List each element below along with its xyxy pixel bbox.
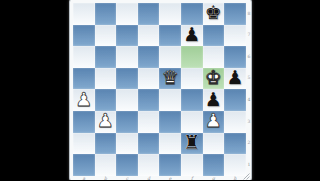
square-b7[interactable] — [95, 25, 117, 47]
square-d3[interactable] — [138, 111, 160, 133]
file-label-a: a — [73, 177, 95, 181]
square-a4[interactable]: ♟ — [73, 89, 95, 111]
square-a2[interactable] — [73, 133, 95, 155]
square-h2[interactable] — [224, 133, 246, 155]
square-f8[interactable] — [181, 3, 203, 25]
square-a1[interactable] — [73, 154, 95, 176]
rank-label-2: 2 — [247, 133, 252, 155]
square-e8[interactable] — [159, 3, 181, 25]
square-d5[interactable] — [138, 68, 160, 90]
square-e1[interactable] — [159, 154, 181, 176]
rank-label-7: 7 — [247, 25, 252, 47]
square-g5[interactable]: ♚ — [203, 68, 225, 90]
white-queen-e5[interactable]: ♛ — [162, 68, 179, 87]
square-c5[interactable] — [116, 68, 138, 90]
black-rook-f2[interactable]: ♜ — [183, 133, 200, 152]
square-h4[interactable] — [224, 89, 246, 111]
file-label-e: e — [159, 177, 181, 181]
square-f2[interactable]: ♜ — [181, 133, 203, 155]
square-g6[interactable] — [203, 46, 225, 68]
white-pawn-a4[interactable]: ♟ — [75, 90, 92, 109]
file-label-b: b — [95, 177, 117, 181]
black-pawn-g4[interactable]: ♟ — [205, 90, 222, 109]
square-f7[interactable]: ♟ — [181, 25, 203, 47]
resize-grip-icon[interactable] — [243, 173, 250, 180]
white-pawn-g3[interactable]: ♟ — [205, 111, 222, 130]
square-a5[interactable] — [73, 68, 95, 90]
square-b8[interactable] — [95, 3, 117, 25]
square-h6[interactable] — [224, 46, 246, 68]
square-b3[interactable]: ♟ — [95, 111, 117, 133]
rank-labels: 87654321 — [247, 3, 252, 176]
square-e5[interactable]: ♛ — [159, 68, 181, 90]
file-labels: abcdefgh — [73, 177, 246, 181]
square-d4[interactable] — [138, 89, 160, 111]
rank-label-4: 4 — [247, 89, 252, 111]
rank-label-3: 3 — [247, 111, 252, 133]
square-f3[interactable] — [181, 111, 203, 133]
chess-board[interactable]: ♚♟♛♚♟♟♟♟♟♜ — [73, 3, 246, 176]
square-c1[interactable] — [116, 154, 138, 176]
file-label-f: f — [181, 177, 203, 181]
file-label-c: c — [116, 177, 138, 181]
square-d6[interactable] — [138, 46, 160, 68]
white-king-g5[interactable]: ♚ — [205, 68, 222, 87]
chess-board-widget: ♚♟♛♚♟♟♟♟♟♜ abcdefgh 87654321 — [69, 0, 252, 180]
square-d2[interactable] — [138, 133, 160, 155]
square-h8[interactable] — [224, 3, 246, 25]
square-h5[interactable]: ♟ — [224, 68, 246, 90]
square-g1[interactable] — [203, 154, 225, 176]
video-letterbox-stage: ♚♟♛♚♟♟♟♟♟♜ abcdefgh 87654321 — [0, 0, 320, 180]
square-f6[interactable] — [181, 46, 203, 68]
square-c2[interactable] — [116, 133, 138, 155]
square-b2[interactable] — [95, 133, 117, 155]
square-e3[interactable] — [159, 111, 181, 133]
square-g4[interactable]: ♟ — [203, 89, 225, 111]
black-pawn-f7[interactable]: ♟ — [183, 25, 200, 44]
square-b6[interactable] — [95, 46, 117, 68]
square-d7[interactable] — [138, 25, 160, 47]
square-c8[interactable] — [116, 3, 138, 25]
black-king-g8[interactable]: ♚ — [205, 3, 222, 22]
square-h3[interactable] — [224, 111, 246, 133]
square-b4[interactable] — [95, 89, 117, 111]
rank-label-5: 5 — [247, 68, 252, 90]
square-c4[interactable] — [116, 89, 138, 111]
file-label-d: d — [138, 177, 160, 181]
square-c6[interactable] — [116, 46, 138, 68]
square-c7[interactable] — [116, 25, 138, 47]
square-f1[interactable] — [181, 154, 203, 176]
square-f5[interactable] — [181, 68, 203, 90]
square-g3[interactable]: ♟ — [203, 111, 225, 133]
square-g7[interactable] — [203, 25, 225, 47]
white-pawn-b3[interactable]: ♟ — [97, 111, 114, 130]
square-d8[interactable] — [138, 3, 160, 25]
square-d1[interactable] — [138, 154, 160, 176]
square-h7[interactable] — [224, 25, 246, 47]
square-a6[interactable] — [73, 46, 95, 68]
square-e7[interactable] — [159, 25, 181, 47]
square-a7[interactable] — [73, 25, 95, 47]
square-a3[interactable] — [73, 111, 95, 133]
rank-label-8: 8 — [247, 3, 252, 25]
file-label-g: g — [203, 177, 225, 181]
square-a8[interactable] — [73, 3, 95, 25]
square-e2[interactable] — [159, 133, 181, 155]
square-b5[interactable] — [95, 68, 117, 90]
black-pawn-h5[interactable]: ♟ — [226, 68, 243, 87]
square-g2[interactable] — [203, 133, 225, 155]
square-e6[interactable] — [159, 46, 181, 68]
square-g8[interactable]: ♚ — [203, 3, 225, 25]
square-c3[interactable] — [116, 111, 138, 133]
rank-label-6: 6 — [247, 46, 252, 68]
square-e4[interactable] — [159, 89, 181, 111]
square-f4[interactable] — [181, 89, 203, 111]
square-b1[interactable] — [95, 154, 117, 176]
